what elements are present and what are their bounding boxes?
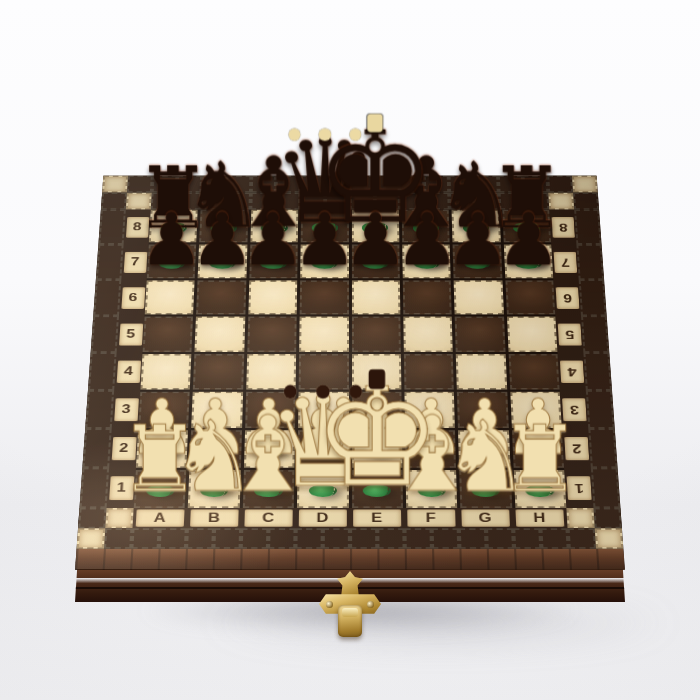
black-pawn-icon: ♟ — [496, 205, 561, 274]
frame-stitch-cell — [581, 316, 609, 353]
frame-stitch-cell — [82, 429, 111, 468]
frame-stitch-cell — [588, 429, 617, 468]
square-e5[interactable] — [351, 317, 400, 352]
frame-stitch-cell — [568, 528, 597, 549]
frame-stitch-cell — [186, 528, 214, 549]
frame-stitch-cell — [459, 528, 487, 549]
rank-label-6-right: 6 — [555, 287, 579, 309]
king-finial — [367, 114, 383, 133]
frame-stitch-cell — [404, 528, 432, 549]
frame-stitch-cell — [574, 210, 601, 245]
square-c7[interactable]: ♟ — [249, 245, 298, 279]
file-label-cell: E — [350, 508, 404, 528]
file-label-f: F — [407, 509, 455, 526]
file-labels: ABCDEFGH — [78, 508, 622, 528]
square-h6[interactable] — [505, 280, 555, 314]
frame-stitch-cell — [323, 528, 350, 549]
frame-stitch-cell — [101, 193, 127, 210]
frame-stitch-cell — [576, 244, 604, 279]
file-label-a: A — [136, 509, 185, 526]
square-g6[interactable] — [454, 280, 504, 314]
file-label-cell: F — [404, 508, 459, 528]
square-g7[interactable]: ♟ — [453, 245, 502, 279]
rank-label-cell: 6 — [553, 280, 581, 316]
board-squares: ♜♞♝♛♚♝♞♜♟♟♟♟♟♟♟♟♟♟♟♟♟♟♟♟♜♞♝♛♚♝♞♜ — [134, 210, 567, 508]
square-e1[interactable]: ♚ — [352, 470, 403, 508]
file-label-cell: B — [187, 508, 242, 528]
white-knight[interactable]: ♞ — [170, 410, 258, 503]
frame-stitch-cell — [78, 508, 107, 528]
file-label-e: E — [353, 509, 401, 526]
frame-stitch-cell — [513, 528, 541, 549]
frame-stitch-cell — [540, 528, 568, 549]
frame-stitch-cell — [593, 508, 622, 528]
frame-stitch-cell — [295, 528, 322, 549]
frame-stitch-cell — [91, 316, 119, 353]
square-h5[interactable] — [507, 317, 558, 352]
frame-stitch-cell — [377, 528, 404, 549]
file-label-cell: C — [241, 508, 296, 528]
square-f6[interactable] — [403, 280, 452, 314]
white-king[interactable]: ♚ — [313, 367, 442, 503]
square-a6[interactable] — [145, 280, 195, 314]
white-knight[interactable]: ♞ — [442, 410, 530, 503]
file-label-cell: A — [132, 508, 187, 528]
frame-stitch-cell — [591, 468, 621, 508]
rank-label-4-left: 4 — [116, 360, 140, 382]
frame-stitch-cell — [213, 528, 241, 549]
frame-stitch-cell — [98, 210, 125, 245]
rank-label-5-right: 5 — [557, 323, 581, 345]
frame-stitch-cell — [583, 353, 612, 391]
frame-stitch-cell — [432, 528, 460, 549]
rank-label-7-right: 7 — [553, 251, 577, 272]
frame-stitch-cell — [268, 528, 296, 549]
rank-label-8-right: 8 — [551, 217, 574, 238]
frame-stitch-cell — [77, 528, 106, 549]
file-label-cell: H — [512, 508, 567, 528]
frame-stitch-cell — [88, 353, 117, 391]
file-label-b: B — [190, 509, 239, 526]
file-label-cell: D — [296, 508, 350, 528]
photo-backdrop: 87654321 ♜♞♝♛♚♝♞♜♟♟♟♟♟♟♟♟♟♟♟♟♟♟♟♟♜♞♝♛♚♝♞… — [0, 0, 700, 700]
rank-label-cell: 6 — [119, 280, 147, 316]
white-knight-icon: ♞ — [442, 410, 530, 503]
frame-stitch-cell — [102, 176, 128, 193]
brass-clasp[interactable] — [319, 571, 381, 645]
file-label-d: D — [299, 509, 347, 526]
clasp-hasp[interactable] — [338, 605, 362, 637]
frame-stitch-cell — [93, 280, 121, 316]
file-label-cell: G — [458, 508, 513, 528]
frame-stitch-cell — [104, 528, 133, 549]
frame-stitch-cell — [96, 244, 124, 279]
square-a5[interactable] — [143, 317, 194, 352]
rank-label-cell: 5 — [555, 316, 583, 353]
rank-label-5-left: 5 — [119, 323, 143, 345]
frame-stitch-cell — [572, 176, 598, 193]
file-label-c: C — [244, 509, 292, 526]
clasp-screw-icon — [326, 601, 333, 608]
frame-stitch-cell — [573, 193, 599, 210]
frame-stitch-cell — [159, 528, 187, 549]
frame-stitch-cell — [105, 508, 133, 528]
square-c6[interactable] — [248, 280, 297, 314]
frame-stitch-cell — [241, 528, 269, 549]
frame-stitch-cell — [486, 528, 514, 549]
square-f5[interactable] — [403, 317, 453, 352]
white-knight-icon: ♞ — [170, 410, 258, 503]
frame-stitch-cell — [595, 528, 624, 549]
frame-stitch-cell — [566, 508, 594, 528]
rank-label-cell: 5 — [117, 316, 145, 353]
king-finial — [369, 369, 386, 389]
rank-label-4-right: 4 — [559, 360, 583, 382]
square-e7[interactable]: ♟ — [351, 245, 399, 279]
square-b5[interactable] — [195, 317, 245, 352]
frame-stitch-cell — [586, 390, 615, 428]
square-g5[interactable] — [455, 317, 505, 352]
square-b6[interactable] — [196, 280, 246, 314]
square-h7[interactable]: ♟ — [503, 245, 553, 279]
frame-stitch-cell — [579, 280, 607, 316]
frame-bottom-row — [77, 528, 624, 549]
board-front-edge — [75, 549, 625, 570]
square-d5[interactable] — [299, 317, 348, 352]
file-label-h: H — [515, 509, 564, 526]
black-pawn[interactable]: ♟ — [496, 205, 561, 274]
file-label-g: G — [461, 509, 510, 526]
square-d7[interactable]: ♟ — [300, 245, 348, 279]
square-g1[interactable]: ♞ — [459, 470, 511, 508]
box-shadow-soft — [160, 596, 700, 650]
square-f7[interactable]: ♟ — [402, 245, 451, 279]
clasp-screw-icon — [367, 601, 374, 608]
frame-stitch-cell — [350, 528, 377, 549]
frame-stitch-cell — [80, 468, 110, 508]
square-c5[interactable] — [247, 317, 297, 352]
square-d6[interactable] — [300, 280, 349, 314]
frame-stitch-cell — [85, 390, 114, 428]
rank-label-6-left: 6 — [121, 287, 145, 309]
chess-board: 87654321 ♜♞♝♛♚♝♞♜♟♟♟♟♟♟♟♟♟♟♟♟♟♟♟♟♜♞♝♛♚♝♞… — [75, 176, 625, 570]
square-b1[interactable]: ♞ — [188, 470, 240, 508]
frame-stitch-cell — [131, 528, 159, 549]
square-e6[interactable] — [351, 280, 400, 314]
